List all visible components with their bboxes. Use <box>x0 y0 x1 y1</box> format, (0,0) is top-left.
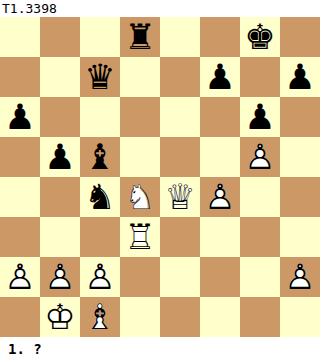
square-f4[interactable]: ♟♙ <box>200 177 240 217</box>
square-g1[interactable] <box>240 297 280 337</box>
square-h2[interactable]: ♟♙ <box>280 257 320 297</box>
square-h8[interactable] <box>280 17 320 57</box>
square-e7[interactable] <box>160 57 200 97</box>
white-bishop[interactable]: ♝♗ <box>80 297 120 337</box>
square-a4[interactable] <box>0 177 40 217</box>
piece-outline: ♙ <box>200 177 240 217</box>
piece-outline: ♕ <box>160 177 200 217</box>
square-a8[interactable] <box>0 17 40 57</box>
square-a5[interactable] <box>0 137 40 177</box>
square-f2[interactable] <box>200 257 240 297</box>
square-h4[interactable] <box>280 177 320 217</box>
square-g7[interactable] <box>240 57 280 97</box>
piece-outline: ♖ <box>120 217 160 257</box>
square-b3[interactable] <box>40 217 80 257</box>
chess-board: ♜♚♛♟♟♟♟♟♝♟♙♞♞♘♛♕♟♙♜♖♟♙♟♙♟♙♟♙♚♔♝♗ <box>0 17 320 337</box>
piece-outline: ♘ <box>120 177 160 217</box>
white-pawn[interactable]: ♟♙ <box>200 177 240 217</box>
square-e3[interactable] <box>160 217 200 257</box>
piece-outline: ♗ <box>80 297 120 337</box>
square-b2[interactable]: ♟♙ <box>40 257 80 297</box>
square-g4[interactable] <box>240 177 280 217</box>
square-g2[interactable] <box>240 257 280 297</box>
square-c1[interactable]: ♝♗ <box>80 297 120 337</box>
square-a1[interactable] <box>0 297 40 337</box>
square-d6[interactable] <box>120 97 160 137</box>
piece-outline: ♙ <box>280 257 320 297</box>
black-knight[interactable]: ♞ <box>80 177 120 217</box>
square-b4[interactable] <box>40 177 80 217</box>
square-a2[interactable]: ♟♙ <box>0 257 40 297</box>
square-b7[interactable] <box>40 57 80 97</box>
square-d8[interactable]: ♜ <box>120 17 160 57</box>
square-h7[interactable]: ♟ <box>280 57 320 97</box>
square-g5[interactable]: ♟♙ <box>240 137 280 177</box>
black-pawn[interactable]: ♟ <box>240 97 280 137</box>
square-c2[interactable]: ♟♙ <box>80 257 120 297</box>
square-f8[interactable] <box>200 17 240 57</box>
black-rook[interactable]: ♜ <box>120 17 160 57</box>
square-d3[interactable]: ♜♖ <box>120 217 160 257</box>
square-b5[interactable]: ♟ <box>40 137 80 177</box>
square-e8[interactable] <box>160 17 200 57</box>
square-a6[interactable]: ♟ <box>0 97 40 137</box>
square-b6[interactable] <box>40 97 80 137</box>
black-pawn[interactable]: ♟ <box>0 97 40 137</box>
square-c8[interactable] <box>80 17 120 57</box>
square-e6[interactable] <box>160 97 200 137</box>
square-c3[interactable] <box>80 217 120 257</box>
square-c7[interactable]: ♛ <box>80 57 120 97</box>
square-c5[interactable]: ♝ <box>80 137 120 177</box>
black-king[interactable]: ♚ <box>240 17 280 57</box>
square-f3[interactable] <box>200 217 240 257</box>
white-pawn[interactable]: ♟♙ <box>240 137 280 177</box>
chess-puzzle-window: T1.3398 ♜♚♛♟♟♟♟♟♝♟♙♞♞♘♛♕♟♙♜♖♟♙♟♙♟♙♟♙♚♔♝♗… <box>0 0 320 360</box>
square-d7[interactable] <box>120 57 160 97</box>
square-b1[interactable]: ♚♔ <box>40 297 80 337</box>
square-g6[interactable]: ♟ <box>240 97 280 137</box>
square-e4[interactable]: ♛♕ <box>160 177 200 217</box>
square-c4[interactable]: ♞ <box>80 177 120 217</box>
piece-outline: ♙ <box>80 257 120 297</box>
square-f7[interactable]: ♟ <box>200 57 240 97</box>
square-f6[interactable] <box>200 97 240 137</box>
black-pawn[interactable]: ♟ <box>280 57 320 97</box>
square-f1[interactable] <box>200 297 240 337</box>
square-h1[interactable] <box>280 297 320 337</box>
move-prompt: 1. ? <box>0 337 320 360</box>
black-bishop[interactable]: ♝ <box>80 137 120 177</box>
square-h5[interactable] <box>280 137 320 177</box>
white-pawn[interactable]: ♟♙ <box>80 257 120 297</box>
puzzle-id-title: T1.3398 <box>0 0 320 17</box>
square-e2[interactable] <box>160 257 200 297</box>
square-h6[interactable] <box>280 97 320 137</box>
white-king[interactable]: ♚♔ <box>40 297 80 337</box>
square-g8[interactable]: ♚ <box>240 17 280 57</box>
piece-outline: ♙ <box>0 257 40 297</box>
square-e1[interactable] <box>160 297 200 337</box>
square-b8[interactable] <box>40 17 80 57</box>
square-c6[interactable] <box>80 97 120 137</box>
piece-outline: ♙ <box>240 137 280 177</box>
white-knight[interactable]: ♞♘ <box>120 177 160 217</box>
black-pawn[interactable]: ♟ <box>40 137 80 177</box>
square-f5[interactable] <box>200 137 240 177</box>
white-pawn[interactable]: ♟♙ <box>280 257 320 297</box>
white-pawn[interactable]: ♟♙ <box>40 257 80 297</box>
square-a3[interactable] <box>0 217 40 257</box>
white-queen[interactable]: ♛♕ <box>160 177 200 217</box>
black-queen[interactable]: ♛ <box>80 57 120 97</box>
white-pawn[interactable]: ♟♙ <box>0 257 40 297</box>
square-a7[interactable] <box>0 57 40 97</box>
square-d4[interactable]: ♞♘ <box>120 177 160 217</box>
black-pawn[interactable]: ♟ <box>200 57 240 97</box>
square-d1[interactable] <box>120 297 160 337</box>
piece-outline: ♔ <box>40 297 80 337</box>
piece-outline: ♙ <box>40 257 80 297</box>
white-rook[interactable]: ♜♖ <box>120 217 160 257</box>
square-g3[interactable] <box>240 217 280 257</box>
square-e5[interactable] <box>160 137 200 177</box>
square-d5[interactable] <box>120 137 160 177</box>
square-h3[interactable] <box>280 217 320 257</box>
square-d2[interactable] <box>120 257 160 297</box>
